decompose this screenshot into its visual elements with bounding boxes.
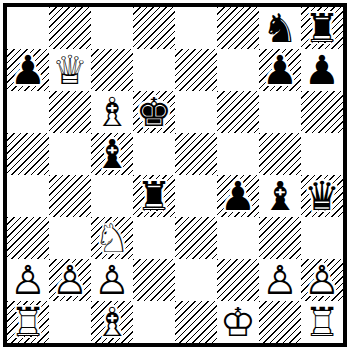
square-g4[interactable]: ♝♝	[259, 175, 301, 217]
piece-black-pawn[interactable]: ♟	[7, 49, 49, 91]
square-f4[interactable]: ♟♟	[217, 175, 259, 217]
square-f1[interactable]: ♚♔	[217, 301, 259, 343]
square-h5[interactable]	[301, 133, 343, 175]
piece-black-queen[interactable]: ♛	[301, 175, 343, 217]
piece-white-rook[interactable]: ♖	[7, 301, 49, 343]
piece-white-bishop[interactable]: ♗	[91, 301, 133, 343]
piece-white-rook[interactable]: ♖	[301, 301, 343, 343]
square-c8[interactable]	[91, 7, 133, 49]
square-f7[interactable]	[217, 49, 259, 91]
square-f3[interactable]	[217, 217, 259, 259]
square-g2[interactable]: ♟♙	[259, 259, 301, 301]
piece-black-bishop[interactable]: ♝	[91, 133, 133, 175]
square-d8[interactable]	[133, 7, 175, 49]
square-b7[interactable]: ♛♕	[49, 49, 91, 91]
square-c2[interactable]: ♟♙	[91, 259, 133, 301]
piece-white-knight[interactable]: ♘	[91, 217, 133, 259]
square-d2[interactable]	[133, 259, 175, 301]
square-a5[interactable]	[7, 133, 49, 175]
piece-black-bishop[interactable]: ♝	[259, 175, 301, 217]
piece-white-pawn[interactable]: ♙	[91, 259, 133, 301]
square-f5[interactable]	[217, 133, 259, 175]
square-g6[interactable]	[259, 91, 301, 133]
square-e5[interactable]	[175, 133, 217, 175]
square-f6[interactable]	[217, 91, 259, 133]
square-f8[interactable]	[217, 7, 259, 49]
piece-black-pawn[interactable]: ♟	[301, 49, 343, 91]
square-e1[interactable]	[175, 301, 217, 343]
square-e2[interactable]	[175, 259, 217, 301]
square-b6[interactable]	[49, 91, 91, 133]
piece-white-pawn[interactable]: ♙	[49, 259, 91, 301]
square-c6[interactable]: ♝♗	[91, 91, 133, 133]
square-d3[interactable]	[133, 217, 175, 259]
square-c3[interactable]: ♞♘	[91, 217, 133, 259]
square-a2[interactable]: ♟♙	[7, 259, 49, 301]
chess-board: ♞♞♜♜♟♟♛♕♟♟♟♟♝♗♚♚♝♝♜♜♟♟♝♝♛♛♞♘♟♙♟♙♟♙♟♙♟♙♜♖…	[7, 7, 343, 343]
square-a6[interactable]	[7, 91, 49, 133]
square-g7[interactable]: ♟♟	[259, 49, 301, 91]
piece-white-queen[interactable]: ♕	[49, 49, 91, 91]
chess-diagram: ♞♞♜♜♟♟♛♕♟♟♟♟♝♗♚♚♝♝♜♜♟♟♝♝♛♛♞♘♟♙♟♙♟♙♟♙♟♙♜♖…	[0, 0, 350, 350]
piece-white-pawn[interactable]: ♙	[301, 259, 343, 301]
square-c7[interactable]	[91, 49, 133, 91]
piece-black-rook[interactable]: ♜	[133, 175, 175, 217]
square-h7[interactable]: ♟♟	[301, 49, 343, 91]
square-g3[interactable]	[259, 217, 301, 259]
square-h3[interactable]	[301, 217, 343, 259]
piece-white-pawn[interactable]: ♙	[259, 259, 301, 301]
square-e4[interactable]	[175, 175, 217, 217]
square-h6[interactable]	[301, 91, 343, 133]
square-d1[interactable]	[133, 301, 175, 343]
square-b5[interactable]	[49, 133, 91, 175]
square-a1[interactable]: ♜♖	[7, 301, 49, 343]
square-e7[interactable]	[175, 49, 217, 91]
square-d4[interactable]: ♜♜	[133, 175, 175, 217]
square-e8[interactable]	[175, 7, 217, 49]
square-c5[interactable]: ♝♝	[91, 133, 133, 175]
square-a4[interactable]	[7, 175, 49, 217]
square-a3[interactable]	[7, 217, 49, 259]
square-b2[interactable]: ♟♙	[49, 259, 91, 301]
square-c1[interactable]: ♝♗	[91, 301, 133, 343]
square-h8[interactable]: ♜♜	[301, 7, 343, 49]
square-b4[interactable]	[49, 175, 91, 217]
square-g5[interactable]	[259, 133, 301, 175]
piece-black-rook[interactable]: ♜	[301, 7, 343, 49]
square-h4[interactable]: ♛♛	[301, 175, 343, 217]
piece-white-pawn[interactable]: ♙	[7, 259, 49, 301]
square-g1[interactable]	[259, 301, 301, 343]
square-c4[interactable]	[91, 175, 133, 217]
square-h2[interactable]: ♟♙	[301, 259, 343, 301]
board-frame: ♞♞♜♜♟♟♛♕♟♟♟♟♝♗♚♚♝♝♜♜♟♟♝♝♛♛♞♘♟♙♟♙♟♙♟♙♟♙♜♖…	[3, 3, 347, 347]
piece-black-pawn[interactable]: ♟	[217, 175, 259, 217]
square-b3[interactable]	[49, 217, 91, 259]
square-a8[interactable]	[7, 7, 49, 49]
square-b8[interactable]	[49, 7, 91, 49]
square-h1[interactable]: ♜♖	[301, 301, 343, 343]
piece-white-king[interactable]: ♔	[217, 301, 259, 343]
square-f2[interactable]	[217, 259, 259, 301]
square-d6[interactable]: ♚♚	[133, 91, 175, 133]
square-e6[interactable]	[175, 91, 217, 133]
piece-white-bishop[interactable]: ♗	[91, 91, 133, 133]
piece-black-knight[interactable]: ♞	[259, 7, 301, 49]
square-e3[interactable]	[175, 217, 217, 259]
square-g8[interactable]: ♞♞	[259, 7, 301, 49]
square-d7[interactable]	[133, 49, 175, 91]
square-b1[interactable]	[49, 301, 91, 343]
piece-black-pawn[interactable]: ♟	[259, 49, 301, 91]
square-a7[interactable]: ♟♟	[7, 49, 49, 91]
square-d5[interactable]	[133, 133, 175, 175]
piece-black-king[interactable]: ♚	[133, 91, 175, 133]
